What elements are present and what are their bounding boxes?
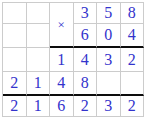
partial-product-2-digit: 8 bbox=[74, 72, 98, 96]
empty-cell bbox=[121, 72, 145, 96]
multiplier-digit: 4 bbox=[121, 24, 145, 48]
product-digit: 6 bbox=[50, 96, 74, 117]
partial-product-2-digit: 2 bbox=[3, 72, 27, 96]
empty-cell bbox=[3, 3, 27, 24]
product-digit: 3 bbox=[97, 96, 121, 117]
worksheet-canvas: ×35860414322148216232 bbox=[0, 0, 146, 119]
product-digit: 2 bbox=[3, 96, 27, 117]
empty-cell bbox=[27, 24, 51, 48]
product-digit: 2 bbox=[74, 96, 98, 117]
partial-product-1-digit: 1 bbox=[50, 48, 74, 72]
multiplication-grid: ×35860414322148216232 bbox=[2, 2, 144, 117]
partial-product-2-digit: 4 bbox=[50, 72, 74, 96]
multiplier-digit: 6 bbox=[74, 24, 98, 48]
multiplicand-digit: 3 bbox=[74, 3, 98, 24]
empty-cell bbox=[3, 24, 27, 48]
empty-cell bbox=[97, 72, 121, 96]
product-digit: 2 bbox=[121, 96, 145, 117]
partial-product-1-digit: 4 bbox=[74, 48, 98, 72]
empty-cell bbox=[27, 48, 51, 72]
multiplier-digit: 0 bbox=[97, 24, 121, 48]
multiplicand-digit: 5 bbox=[97, 3, 121, 24]
product-digit: 1 bbox=[27, 96, 51, 117]
partial-product-2-digit: 1 bbox=[27, 72, 51, 96]
partial-product-1-digit: 3 bbox=[97, 48, 121, 72]
partial-product-1-digit: 2 bbox=[121, 48, 145, 72]
empty-cell bbox=[27, 3, 51, 24]
empty-cell bbox=[3, 48, 27, 72]
multiply-sign: × bbox=[50, 3, 74, 48]
multiplicand-digit: 8 bbox=[121, 3, 145, 24]
